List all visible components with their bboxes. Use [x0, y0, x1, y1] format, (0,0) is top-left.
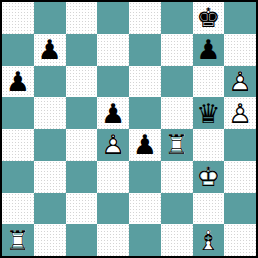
square-h8[interactable]: [224, 2, 256, 34]
square-c7[interactable]: [66, 34, 98, 66]
black-piece-glyph: ♟: [129, 129, 161, 161]
piece-black-queen: ♛: [193, 97, 225, 129]
black-piece-glyph: ♟: [2, 66, 34, 98]
piece-white-pawn: ♟♙: [97, 129, 129, 161]
black-piece-glyph: ♟: [34, 34, 66, 66]
square-h4[interactable]: [224, 129, 256, 161]
black-piece-glyph: ♛: [193, 97, 225, 129]
square-a8[interactable]: [2, 2, 34, 34]
square-d1[interactable]: [97, 224, 129, 256]
white-piece-outline: ♙: [224, 97, 256, 129]
square-d4[interactable]: ♟♙: [97, 129, 129, 161]
white-piece-outline: ♖: [161, 129, 193, 161]
square-a4[interactable]: [2, 129, 34, 161]
square-f1[interactable]: [161, 224, 193, 256]
square-c3[interactable]: [66, 161, 98, 193]
square-c8[interactable]: [66, 2, 98, 34]
square-f6[interactable]: [161, 66, 193, 98]
black-piece-glyph: ♟: [97, 97, 129, 129]
square-g5[interactable]: ♛: [193, 97, 225, 129]
black-piece-glyph: ♟: [193, 34, 225, 66]
square-e3[interactable]: [129, 161, 161, 193]
square-e4[interactable]: ♟: [129, 129, 161, 161]
square-e2[interactable]: [129, 193, 161, 225]
piece-white-bishop: ♝♗: [193, 224, 225, 256]
square-e1[interactable]: [129, 224, 161, 256]
square-c2[interactable]: [66, 193, 98, 225]
piece-black-pawn: ♟: [2, 66, 34, 98]
square-f5[interactable]: [161, 97, 193, 129]
square-h2[interactable]: [224, 193, 256, 225]
square-f7[interactable]: [161, 34, 193, 66]
square-a1[interactable]: ♜♖: [2, 224, 34, 256]
square-a6[interactable]: ♟: [2, 66, 34, 98]
square-b4[interactable]: [34, 129, 66, 161]
square-f8[interactable]: [161, 2, 193, 34]
square-a3[interactable]: [2, 161, 34, 193]
square-g1[interactable]: ♝♗: [193, 224, 225, 256]
square-b8[interactable]: [34, 2, 66, 34]
square-b2[interactable]: [34, 193, 66, 225]
square-f4[interactable]: ♜♖: [161, 129, 193, 161]
black-piece-glyph: ♚: [193, 2, 225, 34]
square-d2[interactable]: [97, 193, 129, 225]
square-d6[interactable]: [97, 66, 129, 98]
square-d7[interactable]: [97, 34, 129, 66]
square-d5[interactable]: ♟: [97, 97, 129, 129]
square-g2[interactable]: [193, 193, 225, 225]
square-g4[interactable]: [193, 129, 225, 161]
piece-black-king: ♚: [193, 2, 225, 34]
square-b5[interactable]: [34, 97, 66, 129]
square-g8[interactable]: ♚: [193, 2, 225, 34]
piece-white-pawn: ♟♙: [224, 66, 256, 98]
square-h3[interactable]: [224, 161, 256, 193]
square-c1[interactable]: [66, 224, 98, 256]
square-a5[interactable]: [2, 97, 34, 129]
square-g7[interactable]: ♟: [193, 34, 225, 66]
square-e6[interactable]: [129, 66, 161, 98]
white-piece-outline: ♖: [2, 224, 34, 256]
square-g3[interactable]: ♚♔: [193, 161, 225, 193]
white-piece-outline: ♙: [97, 129, 129, 161]
square-c5[interactable]: [66, 97, 98, 129]
square-b1[interactable]: [34, 224, 66, 256]
piece-black-pawn: ♟: [97, 97, 129, 129]
square-h6[interactable]: ♟♙: [224, 66, 256, 98]
square-d8[interactable]: [97, 2, 129, 34]
square-d3[interactable]: [97, 161, 129, 193]
white-piece-outline: ♗: [193, 224, 225, 256]
square-e7[interactable]: [129, 34, 161, 66]
square-b3[interactable]: [34, 161, 66, 193]
piece-black-pawn: ♟: [34, 34, 66, 66]
square-e8[interactable]: [129, 2, 161, 34]
square-b7[interactable]: ♟: [34, 34, 66, 66]
square-a7[interactable]: [2, 34, 34, 66]
square-e5[interactable]: [129, 97, 161, 129]
piece-white-rook: ♜♖: [161, 129, 193, 161]
square-h7[interactable]: [224, 34, 256, 66]
square-f3[interactable]: [161, 161, 193, 193]
piece-white-king: ♚♔: [193, 161, 225, 193]
piece-black-pawn: ♟: [129, 129, 161, 161]
piece-white-pawn: ♟♙: [224, 97, 256, 129]
white-piece-outline: ♔: [193, 161, 225, 193]
square-g6[interactable]: [193, 66, 225, 98]
chess-board: ♚♟♟♟♟♙♟♛♟♙♟♙♟♜♖♚♔♜♖♝♗: [0, 0, 258, 258]
white-piece-outline: ♙: [224, 66, 256, 98]
square-a2[interactable]: [2, 193, 34, 225]
piece-white-rook: ♜♖: [2, 224, 34, 256]
square-f2[interactable]: [161, 193, 193, 225]
piece-black-pawn: ♟: [193, 34, 225, 66]
square-h5[interactable]: ♟♙: [224, 97, 256, 129]
square-c4[interactable]: [66, 129, 98, 161]
square-c6[interactable]: [66, 66, 98, 98]
square-b6[interactable]: [34, 66, 66, 98]
square-h1[interactable]: [224, 224, 256, 256]
